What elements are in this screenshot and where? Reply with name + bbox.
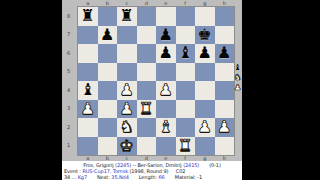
square-e5 bbox=[156, 63, 176, 82]
move-number: 34 bbox=[64, 174, 70, 180]
black-pawn: ♟ bbox=[156, 44, 176, 63]
square-h6: ♟ bbox=[215, 44, 235, 63]
square-h8 bbox=[215, 7, 235, 26]
square-a5 bbox=[78, 63, 98, 82]
white-knight: ♞ bbox=[117, 118, 137, 137]
square-a3: ♟ bbox=[78, 100, 98, 119]
material-label: Material: bbox=[175, 174, 196, 180]
square-a6 bbox=[78, 44, 98, 63]
material-value: -1 bbox=[197, 174, 202, 180]
square-c8: ♜ bbox=[117, 7, 137, 26]
square-d4 bbox=[137, 81, 157, 100]
rank-label-7: 7 bbox=[67, 26, 70, 45]
square-g3 bbox=[195, 100, 215, 119]
game-result: (0-1) bbox=[209, 162, 221, 168]
square-c2: ♞ bbox=[117, 118, 137, 137]
letterbox-left bbox=[0, 0, 62, 180]
square-e2: ♝ bbox=[156, 118, 176, 137]
black-rook: ♜ bbox=[117, 7, 137, 26]
white-pawn: ♟ bbox=[117, 100, 137, 119]
square-b5 bbox=[98, 63, 118, 82]
square-f6: ♝ bbox=[176, 44, 196, 63]
rank-label-5: 5 bbox=[67, 63, 70, 82]
square-e7: ♟ bbox=[156, 26, 176, 45]
square-c3: ♟ bbox=[117, 100, 137, 119]
square-h5 bbox=[215, 63, 235, 82]
square-c4: ♟ bbox=[117, 81, 137, 100]
square-h3 bbox=[215, 100, 235, 119]
white-knight-icon: ♞ bbox=[234, 73, 241, 82]
square-d5 bbox=[137, 63, 157, 82]
black-pawn: ♟ bbox=[195, 44, 215, 63]
square-c1: ♚ bbox=[117, 137, 137, 156]
square-c5 bbox=[117, 63, 137, 82]
chess-board: ♜♜♟♟♚♟♝♟♟♝♟♟♟♟♜♞♝♟♟♚♜ bbox=[77, 6, 235, 156]
white-pawn: ♟ bbox=[215, 118, 235, 137]
white-pawn: ♟ bbox=[117, 81, 137, 100]
material-tray: ♝♞♟ bbox=[234, 63, 241, 92]
square-f4 bbox=[176, 81, 196, 100]
square-e6: ♟ bbox=[156, 44, 176, 63]
square-d1 bbox=[137, 137, 157, 156]
square-f7 bbox=[176, 26, 196, 45]
length-label: Length: bbox=[139, 174, 157, 180]
square-b2 bbox=[98, 118, 118, 137]
last-move: ... Kg7 bbox=[72, 174, 87, 180]
rank-label-8: 8 bbox=[67, 7, 70, 26]
rank-label-6: 6 bbox=[67, 44, 70, 63]
white-rook: ♜ bbox=[176, 137, 196, 156]
square-e1 bbox=[156, 137, 176, 156]
square-h1 bbox=[215, 137, 235, 156]
black-pawn: ♟ bbox=[215, 44, 235, 63]
square-h4 bbox=[215, 81, 235, 100]
square-h7 bbox=[215, 26, 235, 45]
square-f3 bbox=[176, 100, 196, 119]
square-d2 bbox=[137, 118, 157, 137]
white-pawn: ♟ bbox=[78, 100, 98, 119]
square-c6 bbox=[117, 44, 137, 63]
square-h2: ♟ bbox=[215, 118, 235, 137]
white-rook: ♜ bbox=[137, 100, 157, 119]
square-e3 bbox=[156, 100, 176, 119]
board-frame: abcdefgh abcdefgh 87654321 87654321 ♜♜♟♟… bbox=[62, 0, 242, 161]
white-pawn: ♟ bbox=[195, 118, 215, 137]
square-c7 bbox=[117, 26, 137, 45]
black-bishop: ♝ bbox=[176, 44, 196, 63]
square-b7: ♟ bbox=[98, 26, 118, 45]
next-label: Next: bbox=[97, 174, 110, 180]
black-king: ♚ bbox=[195, 26, 215, 45]
square-g6: ♟ bbox=[195, 44, 215, 63]
square-g5 bbox=[195, 63, 215, 82]
square-g4 bbox=[195, 81, 215, 100]
white-bishop: ♝ bbox=[156, 118, 176, 137]
rank-label-1: 1 bbox=[67, 137, 70, 156]
square-a2 bbox=[78, 118, 98, 137]
square-g8 bbox=[195, 7, 215, 26]
black-bishop-icon: ♝ bbox=[234, 63, 241, 72]
square-e8 bbox=[156, 7, 176, 26]
white-king: ♚ bbox=[117, 137, 137, 156]
square-b3 bbox=[98, 100, 118, 119]
square-g7: ♚ bbox=[195, 26, 215, 45]
square-e4: ♟ bbox=[156, 81, 176, 100]
square-b1 bbox=[98, 137, 118, 156]
chess-video-frame: abcdefgh abcdefgh 87654321 87654321 ♜♜♟♟… bbox=[0, 0, 320, 180]
black-bishop: ♝ bbox=[78, 81, 98, 100]
white-pawn-icon: ♟ bbox=[234, 83, 241, 92]
square-g1 bbox=[195, 137, 215, 156]
black-player-rating: (2415) bbox=[183, 162, 199, 168]
square-f8 bbox=[176, 7, 196, 26]
square-a1 bbox=[78, 137, 98, 156]
square-g2: ♟ bbox=[195, 118, 215, 137]
square-f2 bbox=[176, 118, 196, 137]
rank-label-3: 3 bbox=[67, 100, 70, 119]
rank-labels-left: 87654321 bbox=[67, 7, 70, 155]
status-line: 34 ... Kg7 Next: 35.Nd4 Length: 66 Mater… bbox=[62, 174, 242, 180]
length-value: 66 bbox=[159, 174, 165, 180]
square-a8: ♜ bbox=[78, 7, 98, 26]
square-f5 bbox=[176, 63, 196, 82]
rank-label-4: 4 bbox=[67, 81, 70, 100]
square-b6 bbox=[98, 44, 118, 63]
square-f1: ♜ bbox=[176, 137, 196, 156]
white-pawn: ♟ bbox=[156, 81, 176, 100]
game-footer: Fros, Grigorij (2245) -- Ber-Sarion, Dmi… bbox=[62, 161, 242, 180]
black-pawn: ♟ bbox=[156, 26, 176, 45]
square-d3: ♜ bbox=[137, 100, 157, 119]
square-b4 bbox=[98, 81, 118, 100]
next-move: 35.Nd4 bbox=[111, 174, 128, 180]
square-b8 bbox=[98, 7, 118, 26]
square-d8 bbox=[137, 7, 157, 26]
square-a7 bbox=[78, 26, 98, 45]
black-rook: ♜ bbox=[78, 7, 98, 26]
square-d6 bbox=[137, 44, 157, 63]
square-d7 bbox=[137, 26, 157, 45]
rank-label-2: 2 bbox=[67, 118, 70, 137]
black-pawn: ♟ bbox=[98, 26, 118, 45]
square-a4: ♝ bbox=[78, 81, 98, 100]
letterbox-right bbox=[242, 0, 320, 180]
